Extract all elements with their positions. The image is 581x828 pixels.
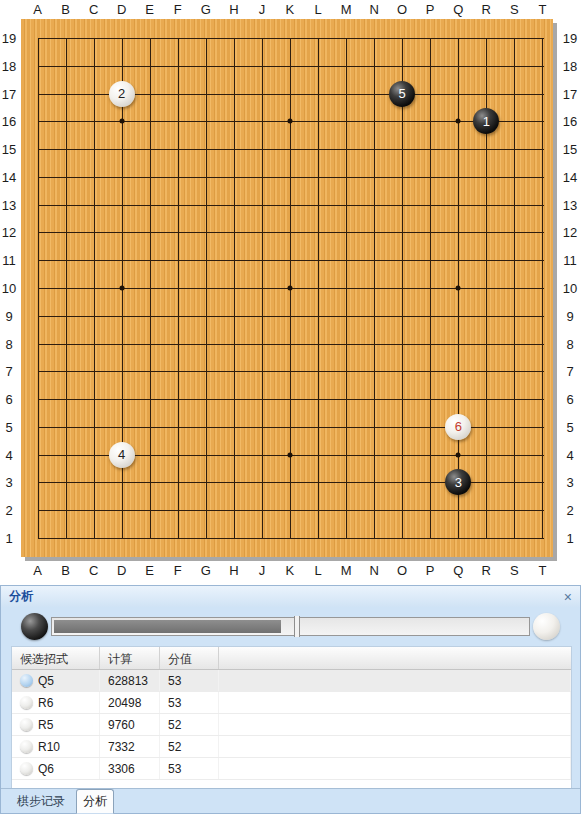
- grid-line-vertical: [346, 38, 347, 539]
- candidate-score-cell: 53: [160, 670, 219, 691]
- candidate-score-cell: 52: [160, 736, 219, 757]
- stone-move-number: 4: [118, 447, 125, 462]
- coord-letter-bottom: K: [286, 563, 295, 578]
- grid-line-horizontal: [38, 371, 544, 372]
- coord-letter-bottom: J: [259, 563, 266, 578]
- coord-number-right: 13: [563, 197, 577, 212]
- grid-line-vertical: [542, 38, 543, 539]
- grid-line-vertical: [514, 38, 515, 539]
- star-point: [287, 119, 292, 124]
- win-bar-handle[interactable]: [294, 616, 300, 637]
- coord-number-right: 7: [566, 364, 573, 379]
- coord-number-right: 2: [566, 503, 573, 518]
- coord-number-right: 14: [563, 169, 577, 184]
- coord-number-right: 10: [563, 281, 577, 296]
- win-bar-fill: [54, 620, 281, 633]
- coord-number-right: 16: [563, 114, 577, 129]
- close-icon[interactable]: ×: [564, 590, 572, 604]
- coord-letter-top: G: [201, 2, 211, 17]
- star-point: [287, 286, 292, 291]
- win-bar: [1, 607, 580, 646]
- coord-number-left: 3: [5, 475, 12, 490]
- grid-line-vertical: [318, 38, 319, 539]
- coord-letter-top: M: [341, 2, 352, 17]
- candidate-row-r6[interactable]: R62049853: [12, 692, 571, 714]
- coord-letter-top: B: [61, 2, 70, 17]
- coord-letter-bottom: H: [229, 563, 238, 578]
- candidate-stone-icon: [20, 740, 33, 753]
- coord-letter-bottom: B: [61, 563, 70, 578]
- coord-number-left: 5: [5, 419, 12, 434]
- coord-letter-top: N: [369, 2, 378, 17]
- col-header-empty: [219, 647, 571, 669]
- grid-line-horizontal: [38, 538, 544, 539]
- candidate-move-label: Q6: [38, 762, 54, 776]
- tab-analysis[interactable]: 分析: [76, 789, 114, 814]
- coord-letter-bottom: O: [397, 563, 407, 578]
- candidate-row-q5[interactable]: Q562881353: [12, 670, 571, 692]
- go-stone-r16: 1: [473, 108, 499, 134]
- grid-line-vertical: [430, 38, 431, 539]
- stone-move-number: 1: [483, 114, 490, 129]
- coord-letter-top: P: [426, 2, 435, 17]
- coord-letter-bottom: G: [201, 563, 211, 578]
- coord-letter-top: Q: [453, 2, 463, 17]
- coord-letter-bottom: A: [33, 563, 42, 578]
- candidate-move-label: R6: [38, 696, 53, 710]
- candidate-empty-cell: [219, 670, 571, 691]
- go-board-area: AABBCCDDEEFFGGHHJJKKLLMMNNOOPPQQRRSSTT19…: [0, 0, 581, 581]
- candidate-calc-cell: 20498: [100, 692, 160, 713]
- candidate-score-cell: 53: [160, 692, 219, 713]
- go-stone-d17: 2: [109, 81, 135, 107]
- bottom-tabs: 棋步记录 分析: [1, 788, 580, 813]
- coord-number-left: 14: [2, 169, 16, 184]
- coord-number-right: 11: [563, 253, 577, 268]
- grid-line-vertical: [374, 38, 375, 539]
- coord-number-left: 19: [2, 31, 16, 46]
- coord-number-left: 8: [5, 336, 12, 351]
- coord-letter-bottom: C: [89, 563, 98, 578]
- candidate-empty-cell: [219, 758, 571, 779]
- candidate-stone-icon: [20, 674, 33, 687]
- star-point: [456, 286, 461, 291]
- col-header-score[interactable]: 分值: [160, 647, 219, 669]
- stone-move-number: 2: [118, 86, 125, 101]
- candidate-row-r5[interactable]: R5976052: [12, 714, 571, 736]
- candidate-stone-icon: [20, 762, 33, 775]
- candidates-table: 候选招式 计算 分值 Q562881353R62049853R5976052R1…: [11, 646, 572, 789]
- coord-number-right: 6: [566, 392, 573, 407]
- coord-number-right: 8: [566, 336, 573, 351]
- grid-line-horizontal: [38, 344, 544, 345]
- stone-move-number: 5: [399, 86, 406, 101]
- coord-number-right: 12: [563, 225, 577, 240]
- coord-letter-top: S: [510, 2, 519, 17]
- coord-number-left: 6: [5, 392, 12, 407]
- coord-number-left: 12: [2, 225, 16, 240]
- grid-line-horizontal: [38, 149, 544, 150]
- coord-number-right: 3: [566, 475, 573, 490]
- coord-letter-top: J: [259, 2, 266, 17]
- coord-number-left: 1: [5, 531, 12, 546]
- coord-number-left: 9: [5, 308, 12, 323]
- grid-line-horizontal: [38, 38, 544, 39]
- star-point: [287, 452, 292, 457]
- candidate-move-cell: Q5: [12, 670, 100, 691]
- panel-titlebar: 分析 ×: [1, 586, 580, 607]
- candidate-move-cell: Q6: [12, 758, 100, 779]
- coord-letter-top: H: [229, 2, 238, 17]
- win-bar-track[interactable]: [51, 617, 530, 636]
- coord-letter-top: D: [117, 2, 126, 17]
- candidate-score-cell: 52: [160, 714, 219, 735]
- go-stone-q3: 3: [445, 469, 471, 495]
- grid-line-vertical: [402, 38, 403, 539]
- coord-letter-bottom: D: [117, 563, 126, 578]
- col-header-candidate-move[interactable]: 候选招式: [12, 647, 100, 669]
- candidate-score-cell: 53: [160, 758, 219, 779]
- stone-move-number: 3: [455, 475, 462, 490]
- star-point: [119, 286, 124, 291]
- candidate-calc-cell: 9760: [100, 714, 160, 735]
- candidate-calc-cell: 7332: [100, 736, 160, 757]
- coord-letter-top: O: [397, 2, 407, 17]
- star-point: [456, 452, 461, 457]
- coord-letter-bottom: L: [314, 563, 321, 578]
- candidate-move-cell: R10: [12, 736, 100, 757]
- coord-number-left: 18: [2, 58, 16, 73]
- coord-letter-top: L: [314, 2, 321, 17]
- grid-line-horizontal: [38, 177, 544, 178]
- coord-number-left: 4: [5, 447, 12, 462]
- coord-number-left: 2: [5, 503, 12, 518]
- candidate-empty-cell: [219, 692, 571, 713]
- candidate-row-q6[interactable]: Q6330653: [12, 758, 571, 780]
- coord-number-left: 10: [2, 281, 16, 296]
- go-stone-d4: 4: [109, 442, 135, 468]
- coord-number-right: 9: [566, 308, 573, 323]
- coord-letter-bottom: R: [482, 563, 491, 578]
- coord-number-left: 15: [2, 142, 16, 157]
- coord-letter-bottom: S: [510, 563, 519, 578]
- panel-title: 分析: [9, 586, 33, 607]
- coord-letter-top: K: [286, 2, 295, 17]
- go-stone-q5: 6: [445, 414, 471, 440]
- coord-letter-top: T: [538, 2, 546, 17]
- coord-letter-top: A: [33, 2, 42, 17]
- coord-number-right: 1: [566, 531, 573, 546]
- coord-letter-top: E: [145, 2, 154, 17]
- grid-line-horizontal: [38, 399, 544, 400]
- table-header-row: 候选招式 计算 分值: [12, 647, 571, 670]
- analysis-panel: 分析 × 候选招式 计算 分值 Q562881353R62049853R5976…: [0, 585, 581, 814]
- col-header-calculations[interactable]: 计算: [100, 647, 160, 669]
- white-player-stone-icon: [533, 613, 560, 640]
- candidate-stone-icon: [20, 696, 33, 709]
- tab-move-record[interactable]: 棋步记录: [11, 790, 71, 813]
- coord-number-left: 11: [2, 253, 16, 268]
- coord-letter-bottom: P: [426, 563, 435, 578]
- coord-number-right: 19: [563, 31, 577, 46]
- coord-number-right: 15: [563, 142, 577, 157]
- candidate-calc-cell: 628813: [100, 670, 160, 691]
- candidate-move-cell: R6: [12, 692, 100, 713]
- coord-number-left: 17: [2, 86, 16, 101]
- grid-line-horizontal: [38, 66, 544, 67]
- stone-move-number: 6: [455, 419, 462, 434]
- grid-line-horizontal: [38, 510, 544, 511]
- grid-line-horizontal: [38, 260, 544, 261]
- coord-number-left: 16: [2, 114, 16, 129]
- star-point: [456, 119, 461, 124]
- candidate-move-label: R5: [38, 718, 53, 732]
- coord-letter-bottom: Q: [453, 563, 463, 578]
- coord-letter-bottom: E: [145, 563, 154, 578]
- coord-number-left: 7: [5, 364, 12, 379]
- coord-number-right: 18: [563, 58, 577, 73]
- coord-letter-bottom: N: [369, 563, 378, 578]
- star-point: [119, 119, 124, 124]
- go-stone-o17: 5: [389, 81, 415, 107]
- grid-line-horizontal: [38, 316, 544, 317]
- coord-letter-top: F: [174, 2, 182, 17]
- candidate-row-r10[interactable]: R10733252: [12, 736, 571, 758]
- coord-letter-top: C: [89, 2, 98, 17]
- candidate-empty-cell: [219, 736, 571, 757]
- candidate-calc-cell: 3306: [100, 758, 160, 779]
- black-player-stone-icon: [21, 613, 48, 640]
- coord-number-right: 17: [563, 86, 577, 101]
- coord-letter-bottom: F: [174, 563, 182, 578]
- table-body: Q562881353R62049853R5976052R10733252Q633…: [12, 670, 571, 780]
- coord-letter-bottom: M: [341, 563, 352, 578]
- grid-line-horizontal: [38, 205, 544, 206]
- coord-number-right: 5: [566, 419, 573, 434]
- coord-number-left: 13: [2, 197, 16, 212]
- candidate-empty-cell: [219, 714, 571, 735]
- coord-number-right: 4: [566, 447, 573, 462]
- coord-letter-bottom: T: [538, 563, 546, 578]
- candidate-move-cell: R5: [12, 714, 100, 735]
- candidate-move-label: Q5: [38, 674, 54, 688]
- coord-letter-top: R: [482, 2, 491, 17]
- grid-line-horizontal: [38, 232, 544, 233]
- candidate-move-label: R10: [38, 740, 60, 754]
- candidate-stone-icon: [20, 718, 33, 731]
